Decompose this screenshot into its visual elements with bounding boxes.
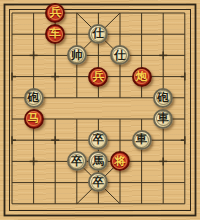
piece-ivory-advisor[interactable]: 仕 xyxy=(88,24,108,44)
piece-layer: 兵车仕帅仕兵炮砲砲马車卒車卒馬将卒 xyxy=(1,2,195,214)
piece-red-soldier[interactable]: 兵 xyxy=(45,3,65,23)
piece-ivory-horse[interactable]: 馬 xyxy=(88,151,108,171)
piece-ivory-soldier[interactable]: 卒 xyxy=(67,151,87,171)
piece-ivory-chariot[interactable]: 車 xyxy=(153,109,173,129)
piece-red-chariot[interactable]: 车 xyxy=(45,24,65,44)
piece-ivory-advisor[interactable]: 仕 xyxy=(110,45,130,65)
piece-red-horse[interactable]: 马 xyxy=(24,109,44,129)
piece-red-soldier[interactable]: 兵 xyxy=(88,67,108,87)
piece-ivory-cannon[interactable]: 砲 xyxy=(24,88,44,108)
piece-ivory-chariot[interactable]: 車 xyxy=(132,130,152,150)
xiangqi-board[interactable]: 兵车仕帅仕兵炮砲砲马車卒車卒馬将卒 xyxy=(0,0,200,220)
piece-ivory-soldier[interactable]: 卒 xyxy=(88,172,108,192)
piece-ivory-general[interactable]: 帅 xyxy=(67,45,87,65)
piece-red-general[interactable]: 将 xyxy=(110,151,130,171)
piece-ivory-cannon[interactable]: 砲 xyxy=(153,88,173,108)
piece-red-cannon[interactable]: 炮 xyxy=(132,67,152,87)
piece-ivory-soldier[interactable]: 卒 xyxy=(88,130,108,150)
